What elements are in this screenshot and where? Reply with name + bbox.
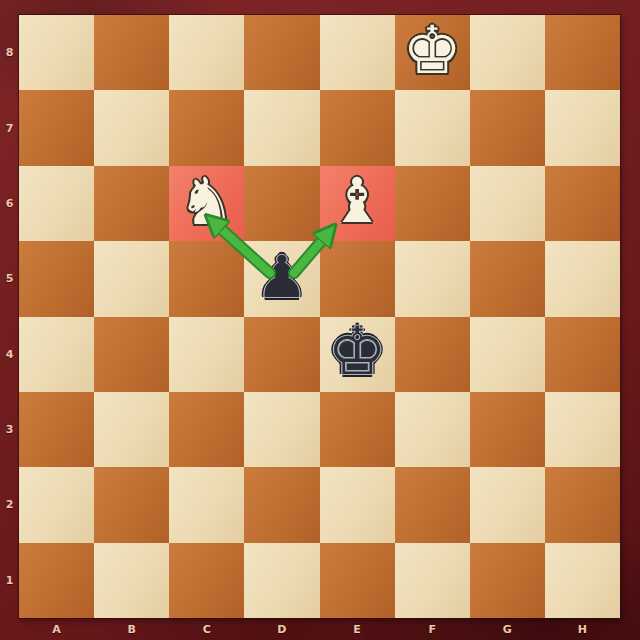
file-label-e: E bbox=[320, 618, 395, 640]
square-f1[interactable] bbox=[395, 543, 470, 618]
square-h2[interactable] bbox=[545, 467, 620, 542]
square-d2[interactable] bbox=[244, 467, 319, 542]
square-e7[interactable] bbox=[320, 90, 395, 165]
rank-label-4: 4 bbox=[0, 317, 19, 392]
square-g3[interactable] bbox=[470, 392, 545, 467]
square-b4[interactable] bbox=[94, 317, 169, 392]
square-f6[interactable] bbox=[395, 166, 470, 241]
square-b6[interactable] bbox=[94, 166, 169, 241]
square-a7[interactable] bbox=[19, 90, 94, 165]
square-a5[interactable] bbox=[19, 241, 94, 316]
square-f4[interactable] bbox=[395, 317, 470, 392]
square-h6[interactable] bbox=[545, 166, 620, 241]
file-label-g: G bbox=[470, 618, 545, 640]
square-g1[interactable] bbox=[470, 543, 545, 618]
square-b8[interactable] bbox=[94, 15, 169, 90]
square-a3[interactable] bbox=[19, 392, 94, 467]
file-label-c: C bbox=[169, 618, 244, 640]
piece-white-knight-c6[interactable]: ♞ bbox=[169, 164, 244, 239]
square-a8[interactable] bbox=[19, 15, 94, 90]
square-h5[interactable] bbox=[545, 241, 620, 316]
square-f3[interactable] bbox=[395, 392, 470, 467]
square-f5[interactable] bbox=[395, 241, 470, 316]
square-h1[interactable] bbox=[545, 543, 620, 618]
square-e2[interactable] bbox=[320, 467, 395, 542]
square-e3[interactable] bbox=[320, 392, 395, 467]
rank-label-5: 5 bbox=[0, 241, 19, 316]
chess-board-frame: 87654321ABCDEFGH ♚♞♝♟♚ bbox=[0, 0, 640, 640]
square-d1[interactable] bbox=[244, 543, 319, 618]
rank-label-1: 1 bbox=[0, 543, 19, 618]
square-a2[interactable] bbox=[19, 467, 94, 542]
square-c2[interactable] bbox=[169, 467, 244, 542]
file-label-h: H bbox=[545, 618, 620, 640]
square-g4[interactable] bbox=[470, 317, 545, 392]
square-c1[interactable] bbox=[169, 543, 244, 618]
square-d4[interactable] bbox=[244, 317, 319, 392]
square-g5[interactable] bbox=[470, 241, 545, 316]
square-b7[interactable] bbox=[94, 90, 169, 165]
file-label-d: D bbox=[244, 618, 319, 640]
square-h7[interactable] bbox=[545, 90, 620, 165]
square-g7[interactable] bbox=[470, 90, 545, 165]
square-e1[interactable] bbox=[320, 543, 395, 618]
square-a1[interactable] bbox=[19, 543, 94, 618]
square-g8[interactable] bbox=[470, 15, 545, 90]
square-h8[interactable] bbox=[545, 15, 620, 90]
square-d6[interactable] bbox=[244, 166, 319, 241]
square-g2[interactable] bbox=[470, 467, 545, 542]
square-c7[interactable] bbox=[169, 90, 244, 165]
square-f7[interactable] bbox=[395, 90, 470, 165]
piece-white-king-f8[interactable]: ♚ bbox=[395, 13, 470, 88]
piece-white-bishop-e6[interactable]: ♝ bbox=[320, 164, 395, 239]
square-b2[interactable] bbox=[94, 467, 169, 542]
square-g6[interactable] bbox=[470, 166, 545, 241]
rank-label-8: 8 bbox=[0, 15, 19, 90]
piece-black-pawn-d5[interactable]: ♟ bbox=[244, 239, 319, 314]
rank-label-3: 3 bbox=[0, 392, 19, 467]
piece-black-king-e4[interactable]: ♚ bbox=[320, 315, 395, 390]
file-label-b: B bbox=[94, 618, 169, 640]
square-d3[interactable] bbox=[244, 392, 319, 467]
square-d7[interactable] bbox=[244, 90, 319, 165]
file-label-a: A bbox=[19, 618, 94, 640]
square-c4[interactable] bbox=[169, 317, 244, 392]
square-h3[interactable] bbox=[545, 392, 620, 467]
rank-label-6: 6 bbox=[0, 166, 19, 241]
square-b5[interactable] bbox=[94, 241, 169, 316]
square-b1[interactable] bbox=[94, 543, 169, 618]
square-b3[interactable] bbox=[94, 392, 169, 467]
square-c8[interactable] bbox=[169, 15, 244, 90]
square-c5[interactable] bbox=[169, 241, 244, 316]
file-label-f: F bbox=[395, 618, 470, 640]
square-h4[interactable] bbox=[545, 317, 620, 392]
square-d8[interactable] bbox=[244, 15, 319, 90]
rank-label-7: 7 bbox=[0, 90, 19, 165]
rank-label-2: 2 bbox=[0, 467, 19, 542]
square-e8[interactable] bbox=[320, 15, 395, 90]
square-a4[interactable] bbox=[19, 317, 94, 392]
square-c3[interactable] bbox=[169, 392, 244, 467]
square-f2[interactable] bbox=[395, 467, 470, 542]
square-e5[interactable] bbox=[320, 241, 395, 316]
square-a6[interactable] bbox=[19, 166, 94, 241]
